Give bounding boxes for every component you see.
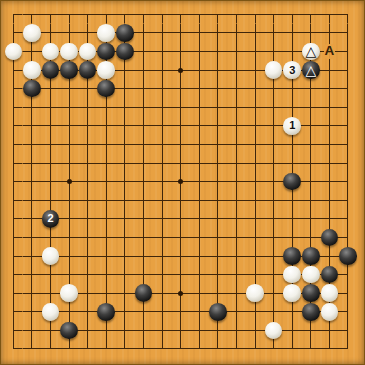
intersection-5-16[interactable] [78,284,97,303]
intersection-9-4[interactable] [153,61,172,80]
intersection-4-1[interactable] [60,5,79,24]
intersection-7-2[interactable] [116,24,135,43]
intersection-17-9[interactable] [302,154,321,173]
intersection-9-5[interactable] [153,79,172,98]
intersection-17-3[interactable]: △ [302,42,321,61]
intersection-14-3[interactable] [246,42,265,61]
intersection-12-10[interactable] [209,172,228,191]
intersection-13-7[interactable] [227,117,246,136]
intersection-8-12[interactable] [134,210,153,229]
intersection-13-17[interactable] [227,303,246,322]
intersection-7-15[interactable] [116,265,135,284]
intersection-3-18[interactable] [41,321,60,340]
intersection-1-15[interactable] [4,265,23,284]
intersection-16-15[interactable] [283,265,302,284]
intersection-10-3[interactable] [171,42,190,61]
intersection-14-11[interactable] [246,191,265,210]
intersection-4-15[interactable] [60,265,79,284]
intersection-11-2[interactable] [190,24,209,43]
intersection-4-8[interactable] [60,135,79,154]
intersection-17-10[interactable] [302,172,321,191]
intersection-6-5[interactable] [97,79,116,98]
intersection-4-2[interactable] [60,24,79,43]
intersection-5-14[interactable] [78,247,97,266]
intersection-16-8[interactable] [283,135,302,154]
intersection-7-8[interactable] [116,135,135,154]
intersection-8-18[interactable] [134,321,153,340]
intersection-9-19[interactable] [153,340,172,359]
intersection-3-11[interactable] [41,191,60,210]
intersection-10-13[interactable] [171,228,190,247]
intersection-12-17[interactable] [209,303,228,322]
intersection-3-15[interactable] [41,265,60,284]
intersection-10-1[interactable] [171,5,190,24]
intersection-11-14[interactable] [190,247,209,266]
intersection-11-6[interactable] [190,98,209,117]
intersection-4-11[interactable] [60,191,79,210]
intersection-14-7[interactable] [246,117,265,136]
intersection-12-15[interactable] [209,265,228,284]
intersection-6-7[interactable] [97,117,116,136]
intersection-19-19[interactable] [339,340,358,359]
intersection-5-2[interactable] [78,24,97,43]
intersection-4-13[interactable] [60,228,79,247]
intersection-19-4[interactable] [339,61,358,80]
intersection-18-17[interactable] [320,303,339,322]
intersection-7-13[interactable] [116,228,135,247]
intersection-13-14[interactable] [227,247,246,266]
intersection-2-13[interactable] [23,228,42,247]
intersection-10-6[interactable] [171,98,190,117]
intersection-3-13[interactable] [41,228,60,247]
intersection-16-14[interactable] [283,247,302,266]
intersection-13-6[interactable] [227,98,246,117]
intersection-2-16[interactable] [23,284,42,303]
intersection-2-8[interactable] [23,135,42,154]
intersection-12-11[interactable] [209,191,228,210]
intersection-7-17[interactable] [116,303,135,322]
intersection-9-18[interactable] [153,321,172,340]
intersection-12-7[interactable] [209,117,228,136]
intersection-13-5[interactable] [227,79,246,98]
intersection-10-8[interactable] [171,135,190,154]
intersection-5-17[interactable] [78,303,97,322]
intersection-11-5[interactable] [190,79,209,98]
intersection-17-16[interactable] [302,284,321,303]
intersection-6-17[interactable] [97,303,116,322]
intersection-2-7[interactable] [23,117,42,136]
intersection-15-10[interactable] [264,172,283,191]
intersection-13-16[interactable] [227,284,246,303]
intersection-10-19[interactable] [171,340,190,359]
intersection-3-1[interactable] [41,5,60,24]
intersection-10-17[interactable] [171,303,190,322]
intersection-9-3[interactable] [153,42,172,61]
intersection-17-19[interactable] [302,340,321,359]
intersection-8-13[interactable] [134,228,153,247]
intersection-4-14[interactable] [60,247,79,266]
intersection-18-12[interactable] [320,210,339,229]
intersection-5-12[interactable] [78,210,97,229]
intersection-6-8[interactable] [97,135,116,154]
intersection-12-4[interactable] [209,61,228,80]
intersection-9-9[interactable] [153,154,172,173]
intersection-11-3[interactable] [190,42,209,61]
intersection-17-15[interactable] [302,265,321,284]
intersection-7-9[interactable] [116,154,135,173]
intersection-14-18[interactable] [246,321,265,340]
intersection-10-9[interactable] [171,154,190,173]
intersection-7-10[interactable] [116,172,135,191]
intersection-10-2[interactable] [171,24,190,43]
intersection-8-14[interactable] [134,247,153,266]
intersection-15-4[interactable] [264,61,283,80]
intersection-18-16[interactable] [320,284,339,303]
intersection-1-9[interactable] [4,154,23,173]
intersection-5-19[interactable] [78,340,97,359]
intersection-18-6[interactable] [320,98,339,117]
intersection-13-13[interactable] [227,228,246,247]
intersection-15-6[interactable] [264,98,283,117]
intersection-4-10[interactable] [60,172,79,191]
intersection-3-8[interactable] [41,135,60,154]
intersection-6-9[interactable] [97,154,116,173]
intersection-8-11[interactable] [134,191,153,210]
intersection-8-17[interactable] [134,303,153,322]
intersection-2-11[interactable] [23,191,42,210]
intersection-11-17[interactable] [190,303,209,322]
intersection-3-19[interactable] [41,340,60,359]
intersection-6-13[interactable] [97,228,116,247]
intersection-12-9[interactable] [209,154,228,173]
intersection-12-12[interactable] [209,210,228,229]
intersection-18-1[interactable] [320,5,339,24]
intersection-9-16[interactable] [153,284,172,303]
intersection-4-18[interactable] [60,321,79,340]
intersection-14-13[interactable] [246,228,265,247]
intersection-13-18[interactable] [227,321,246,340]
intersection-7-14[interactable] [116,247,135,266]
intersection-1-19[interactable] [4,340,23,359]
intersection-2-18[interactable] [23,321,42,340]
intersection-6-4[interactable] [97,61,116,80]
intersection-14-12[interactable] [246,210,265,229]
intersection-9-17[interactable] [153,303,172,322]
intersection-15-13[interactable] [264,228,283,247]
intersection-9-6[interactable] [153,98,172,117]
intersection-19-3[interactable] [339,42,358,61]
intersection-9-11[interactable] [153,191,172,210]
intersection-19-12[interactable] [339,210,358,229]
intersection-3-4[interactable] [41,61,60,80]
intersection-9-10[interactable] [153,172,172,191]
intersection-17-6[interactable] [302,98,321,117]
intersection-8-9[interactable] [134,154,153,173]
intersection-2-4[interactable] [23,61,42,80]
intersection-1-2[interactable] [4,24,23,43]
intersection-12-2[interactable] [209,24,228,43]
intersection-13-1[interactable] [227,5,246,24]
intersection-14-6[interactable] [246,98,265,117]
intersection-15-19[interactable] [264,340,283,359]
intersection-10-16[interactable] [171,284,190,303]
intersection-2-10[interactable] [23,172,42,191]
intersection-18-15[interactable] [320,265,339,284]
intersection-19-8[interactable] [339,135,358,154]
intersection-7-6[interactable] [116,98,135,117]
intersection-4-5[interactable] [60,79,79,98]
intersection-4-7[interactable] [60,117,79,136]
intersection-6-12[interactable] [97,210,116,229]
intersection-1-3[interactable] [4,42,23,61]
intersection-19-11[interactable] [339,191,358,210]
intersection-2-2[interactable] [23,24,42,43]
intersection-10-4[interactable] [171,61,190,80]
intersection-8-8[interactable] [134,135,153,154]
intersection-15-18[interactable] [264,321,283,340]
intersection-15-15[interactable] [264,265,283,284]
intersection-1-13[interactable] [4,228,23,247]
intersection-11-4[interactable] [190,61,209,80]
intersection-6-2[interactable] [97,24,116,43]
intersection-1-8[interactable] [4,135,23,154]
intersection-4-16[interactable] [60,284,79,303]
intersection-19-1[interactable] [339,5,358,24]
intersection-10-18[interactable] [171,321,190,340]
intersection-15-7[interactable] [264,117,283,136]
intersection-13-15[interactable] [227,265,246,284]
intersection-3-6[interactable] [41,98,60,117]
intersection-9-15[interactable] [153,265,172,284]
intersection-5-6[interactable] [78,98,97,117]
intersection-10-11[interactable] [171,191,190,210]
intersection-19-2[interactable] [339,24,358,43]
intersection-16-1[interactable] [283,5,302,24]
intersection-13-19[interactable] [227,340,246,359]
intersection-15-14[interactable] [264,247,283,266]
intersection-14-1[interactable] [246,5,265,24]
intersection-14-9[interactable] [246,154,265,173]
intersection-19-9[interactable] [339,154,358,173]
intersection-18-3[interactable]: A [320,42,339,61]
intersection-12-1[interactable] [209,5,228,24]
intersection-9-12[interactable] [153,210,172,229]
intersection-8-1[interactable] [134,5,153,24]
intersection-15-12[interactable] [264,210,283,229]
intersection-3-12[interactable]: 2 [41,210,60,229]
intersection-11-9[interactable] [190,154,209,173]
intersection-18-19[interactable] [320,340,339,359]
intersection-16-17[interactable] [283,303,302,322]
intersection-18-5[interactable] [320,79,339,98]
intersection-6-19[interactable] [97,340,116,359]
intersection-5-4[interactable] [78,61,97,80]
intersection-13-8[interactable] [227,135,246,154]
intersection-2-9[interactable] [23,154,42,173]
intersection-1-11[interactable] [4,191,23,210]
intersection-7-12[interactable] [116,210,135,229]
intersection-15-17[interactable] [264,303,283,322]
intersection-2-6[interactable] [23,98,42,117]
intersection-14-15[interactable] [246,265,265,284]
intersection-6-15[interactable] [97,265,116,284]
intersection-12-5[interactable] [209,79,228,98]
intersection-2-19[interactable] [23,340,42,359]
intersection-19-16[interactable] [339,284,358,303]
intersection-4-3[interactable] [60,42,79,61]
intersection-18-11[interactable] [320,191,339,210]
intersection-17-2[interactable] [302,24,321,43]
intersection-11-15[interactable] [190,265,209,284]
intersection-8-3[interactable] [134,42,153,61]
intersection-16-3[interactable] [283,42,302,61]
intersection-11-16[interactable] [190,284,209,303]
intersection-15-1[interactable] [264,5,283,24]
intersection-3-16[interactable] [41,284,60,303]
intersection-16-7[interactable]: 1 [283,117,302,136]
intersection-5-5[interactable] [78,79,97,98]
intersection-7-18[interactable] [116,321,135,340]
intersection-10-12[interactable] [171,210,190,229]
intersection-18-8[interactable] [320,135,339,154]
intersection-14-8[interactable] [246,135,265,154]
intersection-2-15[interactable] [23,265,42,284]
intersection-1-7[interactable] [4,117,23,136]
intersection-1-14[interactable] [4,247,23,266]
intersection-13-2[interactable] [227,24,246,43]
intersection-7-11[interactable] [116,191,135,210]
intersection-5-11[interactable] [78,191,97,210]
intersection-5-15[interactable] [78,265,97,284]
intersection-8-5[interactable] [134,79,153,98]
intersection-16-4[interactable]: 3 [283,61,302,80]
intersection-17-18[interactable] [302,321,321,340]
intersection-2-1[interactable] [23,5,42,24]
intersection-13-11[interactable] [227,191,246,210]
intersection-12-16[interactable] [209,284,228,303]
intersection-19-18[interactable] [339,321,358,340]
intersection-7-3[interactable] [116,42,135,61]
intersection-9-13[interactable] [153,228,172,247]
intersection-19-7[interactable] [339,117,358,136]
intersection-19-10[interactable] [339,172,358,191]
intersection-16-18[interactable] [283,321,302,340]
intersection-3-2[interactable] [41,24,60,43]
intersection-12-18[interactable] [209,321,228,340]
intersection-17-7[interactable] [302,117,321,136]
intersection-7-1[interactable] [116,5,135,24]
intersection-18-18[interactable] [320,321,339,340]
intersection-17-12[interactable] [302,210,321,229]
intersection-18-9[interactable] [320,154,339,173]
intersection-14-4[interactable] [246,61,265,80]
intersection-5-3[interactable] [78,42,97,61]
intersection-14-17[interactable] [246,303,265,322]
intersection-10-5[interactable] [171,79,190,98]
intersection-2-12[interactable] [23,210,42,229]
intersection-12-6[interactable] [209,98,228,117]
intersection-17-11[interactable] [302,191,321,210]
intersection-6-14[interactable] [97,247,116,266]
intersection-1-12[interactable] [4,210,23,229]
intersection-8-15[interactable] [134,265,153,284]
intersection-5-7[interactable] [78,117,97,136]
intersection-18-2[interactable] [320,24,339,43]
intersection-16-11[interactable] [283,191,302,210]
intersection-9-7[interactable] [153,117,172,136]
intersection-4-12[interactable] [60,210,79,229]
intersection-7-7[interactable] [116,117,135,136]
intersection-17-17[interactable] [302,303,321,322]
intersection-5-18[interactable] [78,321,97,340]
intersection-6-10[interactable] [97,172,116,191]
intersection-18-10[interactable] [320,172,339,191]
intersection-6-1[interactable] [97,5,116,24]
intersection-14-2[interactable] [246,24,265,43]
intersection-7-16[interactable] [116,284,135,303]
intersection-8-10[interactable] [134,172,153,191]
intersection-10-15[interactable] [171,265,190,284]
intersection-3-17[interactable] [41,303,60,322]
intersection-12-14[interactable] [209,247,228,266]
intersection-1-4[interactable] [4,61,23,80]
intersection-1-5[interactable] [4,79,23,98]
intersection-10-14[interactable] [171,247,190,266]
intersection-17-1[interactable] [302,5,321,24]
intersection-14-16[interactable] [246,284,265,303]
intersection-11-7[interactable] [190,117,209,136]
intersection-16-19[interactable] [283,340,302,359]
intersection-4-19[interactable] [60,340,79,359]
intersection-15-16[interactable] [264,284,283,303]
intersection-2-3[interactable] [23,42,42,61]
intersection-9-2[interactable] [153,24,172,43]
intersection-16-13[interactable] [283,228,302,247]
intersection-11-11[interactable] [190,191,209,210]
intersection-1-17[interactable] [4,303,23,322]
intersection-8-4[interactable] [134,61,153,80]
intersection-6-6[interactable] [97,98,116,117]
intersection-19-6[interactable] [339,98,358,117]
intersection-10-10[interactable] [171,172,190,191]
intersection-9-14[interactable] [153,247,172,266]
intersection-18-4[interactable] [320,61,339,80]
intersection-15-9[interactable] [264,154,283,173]
intersection-19-15[interactable] [339,265,358,284]
intersection-15-8[interactable] [264,135,283,154]
intersection-9-8[interactable] [153,135,172,154]
intersection-17-4[interactable]: △ [302,61,321,80]
intersection-5-8[interactable] [78,135,97,154]
intersection-6-11[interactable] [97,191,116,210]
intersection-12-3[interactable] [209,42,228,61]
intersection-1-18[interactable] [4,321,23,340]
intersection-14-14[interactable] [246,247,265,266]
intersection-7-5[interactable] [116,79,135,98]
intersection-19-14[interactable] [339,247,358,266]
intersection-8-7[interactable] [134,117,153,136]
intersection-12-13[interactable] [209,228,228,247]
intersection-8-19[interactable] [134,340,153,359]
intersection-16-16[interactable] [283,284,302,303]
intersection-15-11[interactable] [264,191,283,210]
intersection-12-19[interactable] [209,340,228,359]
intersection-1-16[interactable] [4,284,23,303]
intersection-11-13[interactable] [190,228,209,247]
intersection-11-1[interactable] [190,5,209,24]
intersection-19-5[interactable] [339,79,358,98]
intersection-16-6[interactable] [283,98,302,117]
